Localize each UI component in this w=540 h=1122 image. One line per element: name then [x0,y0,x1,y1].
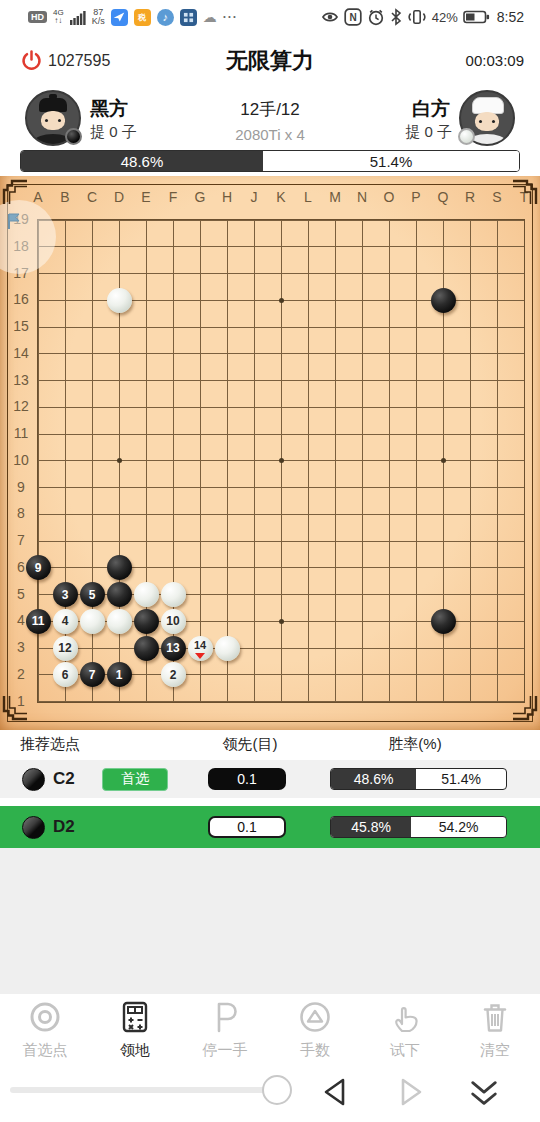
analysis-header-moves: 推荐选点 [20,735,80,754]
toolbar-item-1[interactable]: 首选点 [0,1000,90,1066]
board-column-label: M [327,189,343,205]
board-stone-d6 [107,555,132,580]
stone-move-number: 12 [58,641,71,655]
board-stone-q4 [431,609,456,634]
pass-move-icon [208,1000,242,1034]
board-stone-h3 [215,636,240,661]
stone-move-number: 10 [166,614,179,628]
vibrate-icon [407,8,427,26]
game-timer: 00:03:09 [466,52,524,69]
board-column-label: D [111,189,127,205]
board-row-label: 9 [6,479,36,495]
toolbar-item-label: 清空 [450,1041,540,1060]
board-stone-c2: 7 [80,662,105,687]
board-row-label: 11 [6,425,36,441]
board-row-label: 3 [6,639,36,655]
frame-corner-ornament [2,179,29,206]
board-stone-q16 [431,288,456,313]
toolbar: 首选点领地停一手手数试下清空 [0,994,540,1066]
move-slider[interactable] [10,1087,278,1093]
app-header: 1027595 无限算力 00:03:09 [0,38,540,88]
slider-knob[interactable] [262,1075,292,1105]
stone-move-number: 11 [32,614,45,628]
board-column-label: N [354,189,370,205]
board-stone-f3: 13 [161,636,186,661]
board-column-label: S [489,189,505,205]
analysis-header-lead: 领先(目) [180,735,320,754]
stone-move-number: 2 [170,668,177,682]
toolbar-item-label: 领地 [90,1041,180,1060]
toolbar-item-2[interactable]: 领地 [90,1000,180,1066]
candidate-move-coord: C2 [53,769,75,789]
toolbar-item-4[interactable]: 手数 [270,1000,360,1066]
status-bar: HD 4G↑↓ 87K/s 税 ♪ ☁ ··· N 42% 8:52 [0,0,540,34]
tiles-app-icon [180,9,197,26]
board-stone-b5: 3 [53,582,78,607]
board-column-label: O [381,189,397,205]
playback-bar [0,1066,540,1122]
board-row-label: 16 [6,291,36,307]
board-row-label: 8 [6,505,36,521]
board-stone-d4 [107,609,132,634]
board-stone-c5: 5 [80,582,105,607]
board-stone-c4 [80,609,105,634]
board-row-label: 5 [6,586,36,602]
winrate-black-segment: 45.8% [331,817,411,837]
target-rings-icon [28,1000,62,1034]
network-type: 4G↑↓ [53,9,64,25]
star-point [279,619,284,624]
winrate-black-segment: 48.6% [21,151,263,171]
try-move-hand-icon [388,1000,422,1034]
last-move-marker [195,653,205,659]
toolbar-item-label: 试下 [360,1041,450,1060]
signal-bars-icon [70,10,86,25]
lead-points-pill: 0.1 [208,816,286,838]
board-row-label: 12 [6,398,36,414]
board-column-label: C [84,189,100,205]
board-stone-d5 [107,582,132,607]
tax-app-icon: 税 [134,9,151,26]
board-stone-a4: 11 [26,609,51,634]
flag-icon [6,212,22,230]
status-left-cluster: HD 4G↑↓ 87K/s 税 ♪ ☁ ··· [28,4,238,30]
board-column-label: F [165,189,181,205]
candidate-move-coord: D2 [53,817,75,837]
board-stone-b4: 4 [53,609,78,634]
board-column-label: E [138,189,154,205]
board-column-label: G [192,189,208,205]
alarm-icon [367,8,385,26]
board-stone-b3: 12 [53,636,78,661]
board-column-label: P [408,189,424,205]
board-column-label: J [246,189,262,205]
winrate-bar: 48.6% 51.4% [20,150,520,172]
board-stone-b2: 6 [53,662,78,687]
stone-move-number: 3 [62,588,69,602]
star-point [441,458,446,463]
stone-move-number: 7 [89,668,96,682]
stone-move-number: 13 [166,641,179,655]
svg-text:N: N [349,12,356,23]
board-stone-d2: 1 [107,662,132,687]
board-column-label: B [57,189,73,205]
analysis-row-d2[interactable]: D20.145.8%54.2% [0,806,540,848]
network-speed: 87K/s [92,8,105,26]
white-player-captures: 提 0 子 [405,123,452,142]
hd-badge: HD [28,11,47,23]
board-column-label: R [462,189,478,205]
bottom-spacer [0,848,540,994]
board-stone-f2: 2 [161,662,186,687]
board-stone-f4: 10 [161,609,186,634]
collapse-button[interactable] [468,1078,500,1110]
board-stone-g3: 14 [188,636,213,661]
winrate-white-segment: 51.4% [416,769,506,789]
stone-move-number: 9 [35,561,42,575]
toolbar-item-label: 首选点 [0,1041,90,1060]
frame-corner-ornament [2,694,29,721]
winrate-white-segment: 54.2% [411,817,506,837]
board-row-label: 2 [6,666,36,682]
star-point [279,458,284,463]
board-row-label: 13 [6,372,36,388]
stone-move-number: 6 [62,668,69,682]
go-board[interactable]: ABCDEFGHJKLMNOPQRST191817161514131211109… [0,176,540,730]
app-title: 无限算力 [0,46,540,76]
first-choice-badge: 首选 [102,768,168,791]
winrate-white-segment: 51.4% [263,151,519,171]
black-to-play-stone-icon [22,768,45,791]
board-row-label: 10 [6,452,36,468]
candidate-winrate-bar: 48.6%51.4% [330,768,507,790]
board-column-label: L [300,189,316,205]
lead-points-pill: 0.1 [208,768,286,790]
more-dots-icon: ··· [223,10,238,24]
white-stone-icon [458,128,475,145]
stone-move-number: 5 [89,588,96,602]
candidate-winrate-bar: 45.8%54.2% [330,816,507,838]
board-row-label: 15 [6,318,36,334]
battery-percent: 42% [432,10,458,25]
board-stone-e4 [134,609,159,634]
clear-trash-icon [478,1000,512,1034]
board-stone-e5 [134,582,159,607]
eye-icon [321,9,339,25]
board-stone-e3 [134,636,159,661]
board-stone-f5 [161,582,186,607]
board-row-label: 14 [6,345,36,361]
frame-corner-ornament [511,179,538,206]
next-move-button[interactable] [396,1076,428,1108]
battery-icon [463,9,490,25]
board-column-label: H [219,189,235,205]
bluetooth-icon [390,8,402,26]
app-screen: { "status_bar": { "hd": "HD", "network":… [0,0,540,1122]
board-stone-d16 [107,288,132,313]
status-right-cluster: N 42% 8:52 [321,4,524,30]
stone-move-number: 1 [116,668,123,682]
star-point [117,458,122,463]
weather-cloud-icon: ☁ [203,9,217,25]
stone-move-number: 14 [194,639,206,651]
status-time: 8:52 [497,9,524,25]
board-column-label: K [273,189,289,205]
board-stone-a6: 9 [26,555,51,580]
toolbar-item-3[interactable]: 停一手 [180,1000,270,1066]
prev-move-button[interactable] [318,1076,350,1108]
move-numbers-icon [298,1000,332,1034]
toolbar-item-6[interactable]: 清空 [450,1000,540,1066]
frame-corner-ornament [511,694,538,721]
players-panel: 黑方 提 0 子 12手/12 2080Ti x 4 白方 提 0 子 [0,90,540,148]
messenger-app-icon [111,9,128,26]
nfc-icon: N [344,8,362,26]
toolbar-item-label: 停一手 [180,1041,270,1060]
toolbar-item-5[interactable]: 试下 [360,1000,450,1066]
black-to-play-stone-icon [22,816,45,839]
star-point [279,298,284,303]
territory-calculator-icon [118,1000,152,1034]
board-column-label: Q [435,189,451,205]
stone-move-number: 4 [62,614,69,628]
white-player-avatar [459,90,515,146]
analysis-header-winrate: 胜率(%) [340,735,490,754]
white-player-name: 白方 [412,96,450,122]
music-app-icon: ♪ [157,9,174,26]
analysis-row-c2[interactable]: C2首选0.148.6%51.4% [0,760,540,798]
toolbar-item-label: 手数 [270,1041,360,1060]
board-row-label: 7 [6,532,36,548]
winrate-black-segment: 48.6% [331,769,416,789]
